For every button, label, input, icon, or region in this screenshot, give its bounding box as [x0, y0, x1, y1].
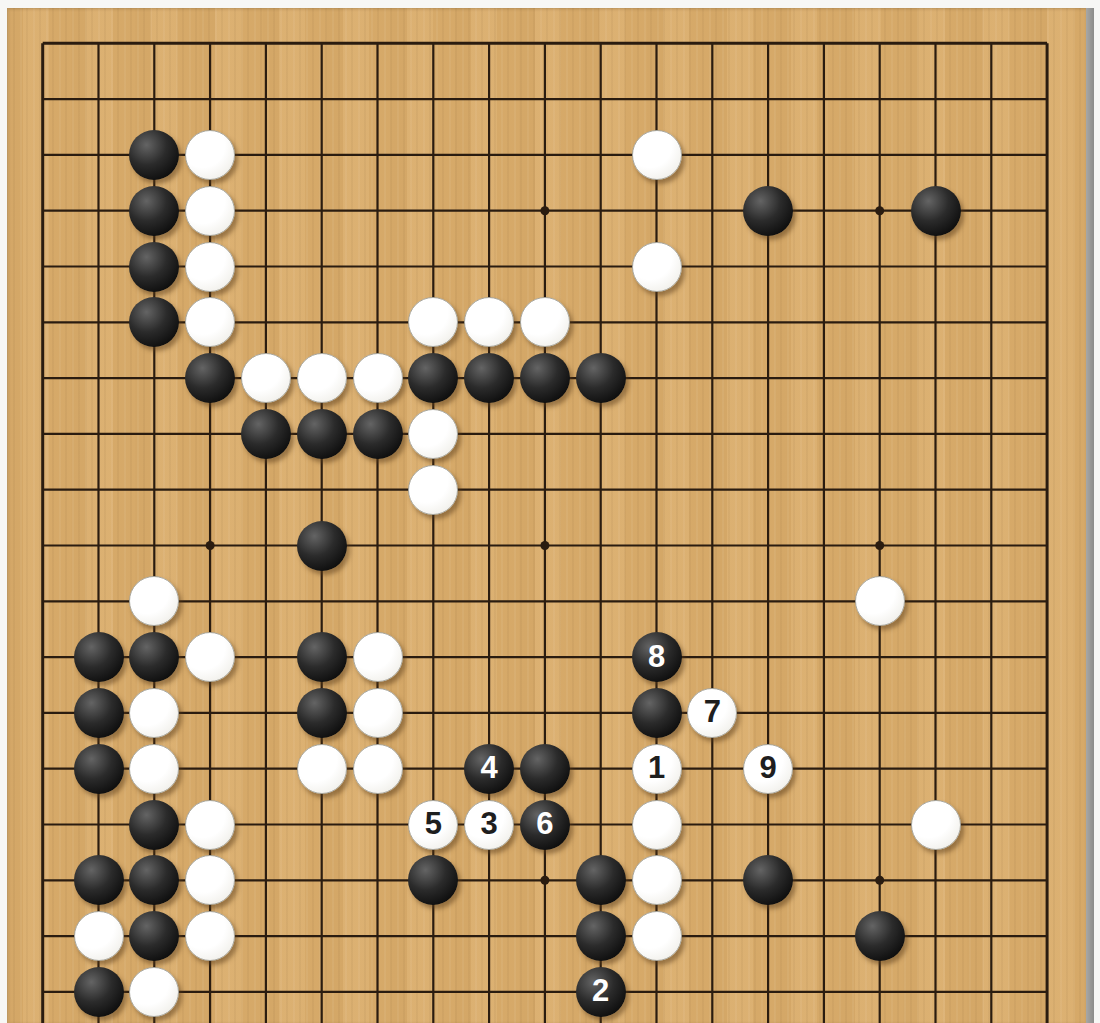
white-stone — [129, 744, 179, 794]
white-stone: 5 — [408, 800, 458, 850]
white-stone — [464, 297, 514, 347]
move-number-label: 6 — [536, 808, 553, 839]
white-stone — [353, 632, 403, 682]
white-stone — [185, 911, 235, 961]
white-stone — [632, 800, 682, 850]
black-stone — [297, 632, 347, 682]
page-frame: 874195362 — [0, 0, 1100, 1023]
white-stone — [632, 130, 682, 180]
black-stone — [576, 855, 626, 905]
black-stone — [576, 911, 626, 961]
white-stone — [129, 576, 179, 626]
white-stone — [185, 186, 235, 236]
black-stone — [74, 688, 124, 738]
move-number-label: 4 — [480, 752, 497, 783]
black-stone — [520, 353, 570, 403]
black-stone — [74, 632, 124, 682]
black-stone — [520, 744, 570, 794]
move-number-label: 7 — [704, 696, 721, 727]
black-stone — [129, 242, 179, 292]
white-stone — [185, 242, 235, 292]
white-stone — [408, 409, 458, 459]
white-stone — [632, 242, 682, 292]
black-stone — [297, 688, 347, 738]
black-stone — [408, 353, 458, 403]
white-stone — [520, 297, 570, 347]
black-stone: 2 — [576, 967, 626, 1017]
black-stone — [408, 855, 458, 905]
white-stone — [632, 911, 682, 961]
go-board: 874195362 — [7, 8, 1086, 1023]
black-stone — [855, 911, 905, 961]
black-stone — [353, 409, 403, 459]
white-stone — [408, 465, 458, 515]
white-stone — [185, 632, 235, 682]
black-stone — [297, 409, 347, 459]
black-stone — [241, 409, 291, 459]
black-stone — [129, 632, 179, 682]
white-stone — [911, 800, 961, 850]
black-stone — [911, 186, 961, 236]
white-stone: 3 — [464, 800, 514, 850]
black-stone — [576, 353, 626, 403]
white-stone — [241, 353, 291, 403]
stones-layer: 874195362 — [7, 8, 1086, 1023]
white-stone: 7 — [687, 688, 737, 738]
move-number-label: 3 — [480, 808, 497, 839]
white-stone: 9 — [743, 744, 793, 794]
white-stone — [632, 855, 682, 905]
black-stone — [74, 967, 124, 1017]
white-stone — [353, 744, 403, 794]
black-stone — [129, 130, 179, 180]
black-stone — [632, 688, 682, 738]
black-stone — [74, 744, 124, 794]
black-stone — [464, 353, 514, 403]
black-stone — [743, 855, 793, 905]
move-number-label: 8 — [648, 641, 665, 672]
black-stone — [129, 800, 179, 850]
move-number-label: 1 — [648, 752, 665, 783]
white-stone — [129, 688, 179, 738]
white-stone — [353, 688, 403, 738]
white-stone — [297, 353, 347, 403]
white-stone — [74, 911, 124, 961]
white-stone: 1 — [632, 744, 682, 794]
black-stone — [129, 297, 179, 347]
move-number-label: 9 — [759, 752, 776, 783]
white-stone — [185, 855, 235, 905]
black-stone — [129, 855, 179, 905]
black-stone: 4 — [464, 744, 514, 794]
white-stone — [297, 744, 347, 794]
black-stone — [129, 911, 179, 961]
black-stone — [129, 186, 179, 236]
move-number-label: 2 — [592, 975, 609, 1006]
white-stone — [353, 353, 403, 403]
white-stone — [185, 297, 235, 347]
black-stone — [297, 521, 347, 571]
black-stone — [74, 855, 124, 905]
white-stone — [855, 576, 905, 626]
white-stone — [185, 130, 235, 180]
black-stone: 6 — [520, 800, 570, 850]
move-number-label: 5 — [425, 808, 442, 839]
black-stone: 8 — [632, 632, 682, 682]
black-stone — [743, 186, 793, 236]
white-stone — [129, 967, 179, 1017]
black-stone — [185, 353, 235, 403]
board-edge-shadow — [1086, 8, 1094, 1023]
white-stone — [408, 297, 458, 347]
white-stone — [185, 800, 235, 850]
